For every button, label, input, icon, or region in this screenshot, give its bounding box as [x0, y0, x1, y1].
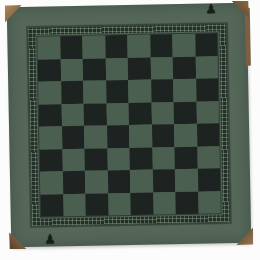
square-f6[interactable]: [151, 79, 174, 102]
square-c6[interactable]: [83, 80, 106, 103]
square-c3[interactable]: [84, 148, 107, 171]
square-d6[interactable]: [106, 80, 129, 103]
square-h7[interactable]: [195, 56, 218, 79]
square-b2[interactable]: [62, 171, 85, 194]
square-d7[interactable]: [105, 58, 128, 81]
square-b4[interactable]: [62, 126, 85, 149]
square-c2[interactable]: [85, 170, 108, 193]
square-g5[interactable]: [174, 101, 197, 124]
square-c8[interactable]: [82, 35, 105, 58]
square-h4[interactable]: [196, 123, 219, 146]
square-e5[interactable]: [129, 102, 152, 125]
square-f1[interactable]: [153, 192, 176, 215]
square-a5[interactable]: [39, 104, 62, 127]
square-h3[interactable]: [197, 146, 220, 169]
ornate-border-frame: [27, 23, 231, 227]
square-a8[interactable]: [37, 36, 60, 59]
square-f7[interactable]: [150, 57, 173, 80]
square-g3[interactable]: [174, 146, 197, 169]
square-f8[interactable]: [150, 34, 173, 57]
square-b7[interactable]: [60, 58, 83, 81]
square-c7[interactable]: [83, 58, 106, 81]
square-b3[interactable]: [62, 148, 85, 171]
square-e4[interactable]: [129, 125, 152, 148]
square-e2[interactable]: [130, 170, 153, 193]
square-g4[interactable]: [174, 124, 197, 147]
square-d3[interactable]: [107, 147, 130, 170]
square-b8[interactable]: [60, 36, 83, 59]
square-b5[interactable]: [61, 103, 84, 126]
square-g6[interactable]: [173, 79, 196, 102]
square-c4[interactable]: [84, 125, 107, 148]
square-h1[interactable]: [198, 191, 221, 214]
square-e3[interactable]: [129, 147, 152, 170]
square-a6[interactable]: [38, 81, 61, 104]
square-h6[interactable]: [196, 78, 219, 101]
square-f4[interactable]: [151, 124, 174, 147]
square-g2[interactable]: [175, 169, 198, 192]
inner-margin: [35, 31, 222, 218]
square-d2[interactable]: [107, 170, 130, 193]
square-c1[interactable]: [85, 193, 108, 216]
square-e1[interactable]: [130, 192, 153, 215]
pawn-emblem-bottom-left: ♟: [44, 232, 56, 245]
square-g8[interactable]: [172, 34, 195, 57]
pawn-emblem-top-right: ♟: [205, 2, 217, 15]
photo-background: ♟ ♟: [0, 0, 260, 260]
square-f5[interactable]: [151, 102, 174, 125]
brass-corner-cap-bottom-right: [236, 228, 253, 245]
square-e7[interactable]: [128, 57, 151, 80]
square-b1[interactable]: [63, 193, 86, 216]
square-g7[interactable]: [173, 56, 196, 79]
square-b6[interactable]: [61, 81, 84, 104]
square-a3[interactable]: [39, 149, 62, 172]
square-c5[interactable]: [84, 103, 107, 126]
square-a7[interactable]: [38, 59, 61, 82]
square-f3[interactable]: [152, 147, 175, 170]
square-h8[interactable]: [195, 33, 218, 56]
square-a4[interactable]: [39, 126, 62, 149]
square-e8[interactable]: [127, 35, 150, 58]
square-h5[interactable]: [196, 101, 219, 124]
square-d4[interactable]: [107, 125, 130, 148]
chessboard: ♟ ♟: [7, 3, 252, 248]
square-d5[interactable]: [106, 103, 129, 126]
square-d8[interactable]: [105, 35, 128, 58]
square-h2[interactable]: [197, 168, 220, 191]
square-a2[interactable]: [40, 171, 63, 194]
square-d1[interactable]: [108, 192, 131, 215]
brass-corner-cap-bottom-left: [9, 232, 26, 249]
squares-grid: [37, 33, 220, 216]
square-f2[interactable]: [152, 169, 175, 192]
square-g1[interactable]: [175, 191, 198, 214]
square-e6[interactable]: [128, 80, 151, 103]
square-a1[interactable]: [40, 194, 63, 217]
brass-corner-cap-top-left: [5, 5, 22, 22]
